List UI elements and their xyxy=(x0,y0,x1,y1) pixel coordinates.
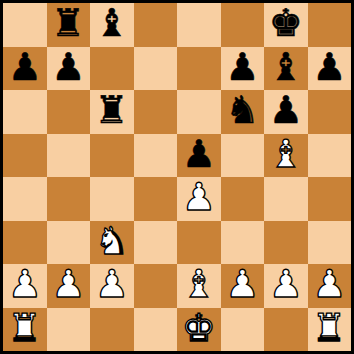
piece-black-rook[interactable]: ♜ xyxy=(95,90,129,133)
square-a2[interactable]: ♟ xyxy=(3,264,47,308)
piece-black-pawn[interactable]: ♟ xyxy=(8,47,42,90)
square-a7[interactable]: ♟ xyxy=(3,47,47,91)
chess-board: ♜♝♚♟♟♟♝♟♜♞♟♟♝♟♞♟♟♟♝♟♟♟♜♚♜ xyxy=(3,3,351,351)
square-f3[interactable] xyxy=(221,221,265,265)
square-e5[interactable]: ♟ xyxy=(177,134,221,178)
square-h3[interactable] xyxy=(308,221,352,265)
piece-white-rook[interactable]: ♜ xyxy=(312,308,346,351)
square-a6[interactable] xyxy=(3,90,47,134)
square-d3[interactable] xyxy=(134,221,178,265)
square-c1[interactable] xyxy=(90,308,134,352)
square-b2[interactable]: ♟ xyxy=(47,264,91,308)
square-g8[interactable]: ♚ xyxy=(264,3,308,47)
square-h2[interactable]: ♟ xyxy=(308,264,352,308)
square-f1[interactable] xyxy=(221,308,265,352)
square-h5[interactable] xyxy=(308,134,352,178)
square-b6[interactable] xyxy=(47,90,91,134)
piece-white-pawn[interactable]: ♟ xyxy=(269,264,303,307)
square-d8[interactable] xyxy=(134,3,178,47)
square-f4[interactable] xyxy=(221,177,265,221)
square-c7[interactable] xyxy=(90,47,134,91)
square-h7[interactable]: ♟ xyxy=(308,47,352,91)
square-e4[interactable]: ♟ xyxy=(177,177,221,221)
piece-white-king[interactable]: ♚ xyxy=(182,308,216,351)
piece-white-knight[interactable]: ♞ xyxy=(95,221,129,264)
square-g1[interactable] xyxy=(264,308,308,352)
square-e7[interactable] xyxy=(177,47,221,91)
chess-board-frame: ♜♝♚♟♟♟♝♟♜♞♟♟♝♟♞♟♟♟♝♟♟♟♜♚♜ xyxy=(0,0,354,354)
square-d7[interactable] xyxy=(134,47,178,91)
square-c5[interactable] xyxy=(90,134,134,178)
square-g7[interactable]: ♝ xyxy=(264,47,308,91)
square-g5[interactable]: ♝ xyxy=(264,134,308,178)
piece-white-pawn[interactable]: ♟ xyxy=(182,177,216,220)
square-h4[interactable] xyxy=(308,177,352,221)
piece-white-pawn[interactable]: ♟ xyxy=(8,264,42,307)
square-b8[interactable]: ♜ xyxy=(47,3,91,47)
square-c2[interactable]: ♟ xyxy=(90,264,134,308)
piece-white-pawn[interactable]: ♟ xyxy=(95,264,129,307)
square-c8[interactable]: ♝ xyxy=(90,3,134,47)
square-h6[interactable] xyxy=(308,90,352,134)
piece-white-rook[interactable]: ♜ xyxy=(8,308,42,351)
square-e3[interactable] xyxy=(177,221,221,265)
piece-white-pawn[interactable]: ♟ xyxy=(225,264,259,307)
square-b5[interactable] xyxy=(47,134,91,178)
piece-black-pawn[interactable]: ♟ xyxy=(51,47,85,90)
square-g3[interactable] xyxy=(264,221,308,265)
piece-black-pawn[interactable]: ♟ xyxy=(182,134,216,177)
piece-white-bishop[interactable]: ♝ xyxy=(182,264,216,307)
square-f5[interactable] xyxy=(221,134,265,178)
piece-black-bishop[interactable]: ♝ xyxy=(95,3,129,46)
square-f7[interactable]: ♟ xyxy=(221,47,265,91)
square-a4[interactable] xyxy=(3,177,47,221)
square-d1[interactable] xyxy=(134,308,178,352)
square-h8[interactable] xyxy=(308,3,352,47)
square-b1[interactable] xyxy=(47,308,91,352)
square-d6[interactable] xyxy=(134,90,178,134)
square-a8[interactable] xyxy=(3,3,47,47)
piece-black-bishop[interactable]: ♝ xyxy=(269,47,303,90)
square-b3[interactable] xyxy=(47,221,91,265)
piece-black-pawn[interactable]: ♟ xyxy=(225,47,259,90)
square-d2[interactable] xyxy=(134,264,178,308)
piece-white-bishop[interactable]: ♝ xyxy=(269,134,303,177)
square-e8[interactable] xyxy=(177,3,221,47)
square-g2[interactable]: ♟ xyxy=(264,264,308,308)
square-d5[interactable] xyxy=(134,134,178,178)
square-e6[interactable] xyxy=(177,90,221,134)
piece-black-pawn[interactable]: ♟ xyxy=(269,90,303,133)
square-e2[interactable]: ♝ xyxy=(177,264,221,308)
piece-black-rook[interactable]: ♜ xyxy=(51,3,85,46)
square-f6[interactable]: ♞ xyxy=(221,90,265,134)
piece-white-pawn[interactable]: ♟ xyxy=(312,264,346,307)
square-c4[interactable] xyxy=(90,177,134,221)
square-a3[interactable] xyxy=(3,221,47,265)
square-h1[interactable]: ♜ xyxy=(308,308,352,352)
square-f2[interactable]: ♟ xyxy=(221,264,265,308)
square-f8[interactable] xyxy=(221,3,265,47)
piece-white-pawn[interactable]: ♟ xyxy=(51,264,85,307)
square-d4[interactable] xyxy=(134,177,178,221)
square-c6[interactable]: ♜ xyxy=(90,90,134,134)
square-a1[interactable]: ♜ xyxy=(3,308,47,352)
square-c3[interactable]: ♞ xyxy=(90,221,134,265)
square-e1[interactable]: ♚ xyxy=(177,308,221,352)
piece-black-knight[interactable]: ♞ xyxy=(225,90,259,133)
piece-black-pawn[interactable]: ♟ xyxy=(312,47,346,90)
square-g4[interactable] xyxy=(264,177,308,221)
square-b4[interactable] xyxy=(47,177,91,221)
piece-black-king[interactable]: ♚ xyxy=(269,3,303,46)
square-g6[interactable]: ♟ xyxy=(264,90,308,134)
square-a5[interactable] xyxy=(3,134,47,178)
square-b7[interactable]: ♟ xyxy=(47,47,91,91)
